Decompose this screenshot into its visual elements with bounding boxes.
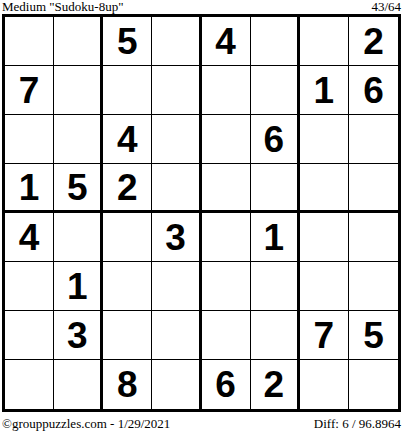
cell-r3c6: 6 bbox=[251, 115, 300, 164]
cell-r5c5[interactable] bbox=[202, 213, 251, 262]
cell-r5c2[interactable] bbox=[54, 213, 103, 262]
cell-r4c6[interactable] bbox=[251, 164, 300, 213]
cell-r6c6[interactable] bbox=[251, 262, 300, 311]
cell-r7c3[interactable] bbox=[103, 311, 152, 360]
footer: ©grouppuzzles.com - 1/29/2021 Diff: 6 / … bbox=[2, 416, 401, 431]
puzzle-title: Medium "Sudoku-8up" bbox=[2, 0, 123, 13]
cell-r3c7[interactable] bbox=[300, 115, 349, 164]
sudoku-grid[interactable]: 542716461524311375862 bbox=[2, 14, 401, 412]
cell-r7c1[interactable] bbox=[5, 311, 54, 360]
cell-r8c8[interactable] bbox=[349, 360, 398, 409]
cell-r6c8[interactable] bbox=[349, 262, 398, 311]
cell-r7c4[interactable] bbox=[152, 311, 201, 360]
cell-r2c6[interactable] bbox=[251, 66, 300, 115]
cell-r4c4[interactable] bbox=[152, 164, 201, 213]
cell-r6c3[interactable] bbox=[103, 262, 152, 311]
cell-r7c7: 7 bbox=[300, 311, 349, 360]
cell-r6c4[interactable] bbox=[152, 262, 201, 311]
cell-r8c7[interactable] bbox=[300, 360, 349, 409]
cell-r2c2[interactable] bbox=[54, 66, 103, 115]
cell-r3c8[interactable] bbox=[349, 115, 398, 164]
cell-r8c3: 8 bbox=[103, 360, 152, 409]
cell-r2c3[interactable] bbox=[103, 66, 152, 115]
cell-r8c4[interactable] bbox=[152, 360, 201, 409]
cell-r3c3: 4 bbox=[103, 115, 152, 164]
cell-r2c8: 6 bbox=[349, 66, 398, 115]
cell-r6c7[interactable] bbox=[300, 262, 349, 311]
cell-r1c5: 4 bbox=[202, 17, 251, 66]
cell-r3c5[interactable] bbox=[202, 115, 251, 164]
difficulty-text: Diff: 6 / 96.8964 bbox=[314, 416, 401, 431]
cell-r3c2[interactable] bbox=[54, 115, 103, 164]
cell-r2c5[interactable] bbox=[202, 66, 251, 115]
cell-r7c6[interactable] bbox=[251, 311, 300, 360]
cell-r8c5: 6 bbox=[202, 360, 251, 409]
cell-r3c4[interactable] bbox=[152, 115, 201, 164]
cell-r5c3[interactable] bbox=[103, 213, 152, 262]
cell-r5c1: 4 bbox=[5, 213, 54, 262]
cell-counter: 43/64 bbox=[371, 0, 401, 13]
cell-r8c6: 2 bbox=[251, 360, 300, 409]
cell-r7c8: 5 bbox=[349, 311, 398, 360]
cell-r4c7[interactable] bbox=[300, 164, 349, 213]
cell-r4c1: 1 bbox=[5, 164, 54, 213]
cell-r3c1[interactable] bbox=[5, 115, 54, 164]
cell-r4c5[interactable] bbox=[202, 164, 251, 213]
cell-r2c7: 1 bbox=[300, 66, 349, 115]
cell-r8c1[interactable] bbox=[5, 360, 54, 409]
cell-r1c6[interactable] bbox=[251, 17, 300, 66]
puzzle-page: Medium "Sudoku-8up" 43/64 54271646152431… bbox=[0, 0, 403, 437]
cell-r2c4[interactable] bbox=[152, 66, 201, 115]
cell-r5c4: 3 bbox=[152, 213, 201, 262]
cell-r1c1[interactable] bbox=[5, 17, 54, 66]
cell-r4c8[interactable] bbox=[349, 164, 398, 213]
cell-r5c7[interactable] bbox=[300, 213, 349, 262]
cell-r1c2[interactable] bbox=[54, 17, 103, 66]
cell-r1c3: 5 bbox=[103, 17, 152, 66]
cell-r1c7[interactable] bbox=[300, 17, 349, 66]
cell-r1c4[interactable] bbox=[152, 17, 201, 66]
cell-r6c2: 1 bbox=[54, 262, 103, 311]
cell-r7c5[interactable] bbox=[202, 311, 251, 360]
cell-r5c8[interactable] bbox=[349, 213, 398, 262]
header: Medium "Sudoku-8up" 43/64 bbox=[2, 0, 401, 14]
cell-r4c3: 2 bbox=[103, 164, 152, 213]
cell-r7c2: 3 bbox=[54, 311, 103, 360]
cell-r2c1: 7 bbox=[5, 66, 54, 115]
copyright-text: ©grouppuzzles.com - 1/29/2021 bbox=[2, 416, 170, 431]
cell-r5c6: 1 bbox=[251, 213, 300, 262]
cell-r6c1[interactable] bbox=[5, 262, 54, 311]
cell-r6c5[interactable] bbox=[202, 262, 251, 311]
cell-r4c2: 5 bbox=[54, 164, 103, 213]
cell-r8c2[interactable] bbox=[54, 360, 103, 409]
cell-r1c8: 2 bbox=[349, 17, 398, 66]
